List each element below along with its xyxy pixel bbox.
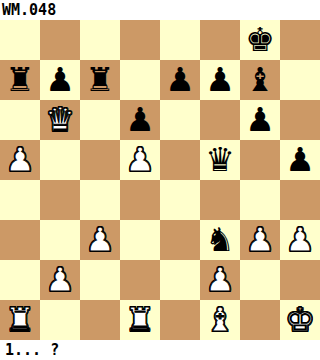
square-f6[interactable] <box>200 100 240 140</box>
piece-black-bishop: ♝ <box>245 60 275 100</box>
square-g7[interactable]: ♝ <box>240 60 280 100</box>
piece-black-knight: ♞ <box>205 220 235 260</box>
piece-black-pawn: ♟ <box>45 60 75 100</box>
square-b5[interactable] <box>40 140 80 180</box>
square-g6[interactable]: ♟ <box>240 100 280 140</box>
square-a6[interactable] <box>0 100 40 140</box>
square-b4[interactable] <box>40 180 80 220</box>
square-e7[interactable]: ♟ <box>160 60 200 100</box>
square-g8[interactable]: ♚ <box>240 20 280 60</box>
piece-white-pawn: ♟ <box>245 220 275 260</box>
square-b3[interactable] <box>40 220 80 260</box>
square-d5[interactable]: ♟ <box>120 140 160 180</box>
square-a5[interactable]: ♟ <box>0 140 40 180</box>
square-f3[interactable]: ♞ <box>200 220 240 260</box>
square-d4[interactable] <box>120 180 160 220</box>
square-e8[interactable] <box>160 20 200 60</box>
square-f1[interactable]: ♝ <box>200 300 240 340</box>
square-h6[interactable] <box>280 100 320 140</box>
square-f4[interactable] <box>200 180 240 220</box>
square-d2[interactable] <box>120 260 160 300</box>
piece-white-rook: ♜ <box>5 300 35 340</box>
square-a3[interactable] <box>0 220 40 260</box>
square-c2[interactable] <box>80 260 120 300</box>
square-g3[interactable]: ♟ <box>240 220 280 260</box>
piece-black-pawn: ♟ <box>125 100 155 140</box>
square-c8[interactable] <box>80 20 120 60</box>
square-a1[interactable]: ♜ <box>0 300 40 340</box>
square-h2[interactable] <box>280 260 320 300</box>
move-prompt: 1... ? <box>0 340 320 360</box>
piece-black-rook: ♜ <box>85 60 115 100</box>
square-g1[interactable] <box>240 300 280 340</box>
chess-diagram: WM.048 ♚♜♟♜♟♟♝♛♟♟♟♟♛♟♟♞♟♟♟♟♜♜♝♚ 1... ? <box>0 0 320 360</box>
square-h7[interactable] <box>280 60 320 100</box>
square-e2[interactable] <box>160 260 200 300</box>
square-e5[interactable] <box>160 140 200 180</box>
square-h1[interactable]: ♚ <box>280 300 320 340</box>
square-c5[interactable] <box>80 140 120 180</box>
square-c4[interactable] <box>80 180 120 220</box>
square-b7[interactable]: ♟ <box>40 60 80 100</box>
square-d7[interactable] <box>120 60 160 100</box>
square-f5[interactable]: ♛ <box>200 140 240 180</box>
square-c3[interactable]: ♟ <box>80 220 120 260</box>
piece-white-pawn: ♟ <box>285 220 315 260</box>
diagram-title: WM.048 <box>0 0 320 20</box>
square-g5[interactable] <box>240 140 280 180</box>
piece-black-pawn: ♟ <box>245 100 275 140</box>
piece-white-king: ♚ <box>285 300 315 340</box>
piece-black-queen: ♛ <box>205 140 235 180</box>
square-e3[interactable] <box>160 220 200 260</box>
square-h5[interactable]: ♟ <box>280 140 320 180</box>
square-b2[interactable]: ♟ <box>40 260 80 300</box>
square-g2[interactable] <box>240 260 280 300</box>
square-a4[interactable] <box>0 180 40 220</box>
square-c1[interactable] <box>80 300 120 340</box>
square-h8[interactable] <box>280 20 320 60</box>
piece-white-pawn: ♟ <box>205 260 235 300</box>
square-b6[interactable]: ♛ <box>40 100 80 140</box>
piece-white-pawn: ♟ <box>85 220 115 260</box>
piece-white-rook: ♜ <box>125 300 155 340</box>
square-e1[interactable] <box>160 300 200 340</box>
square-e6[interactable] <box>160 100 200 140</box>
piece-black-rook: ♜ <box>5 60 35 100</box>
square-a2[interactable] <box>0 260 40 300</box>
square-g4[interactable] <box>240 180 280 220</box>
piece-black-pawn: ♟ <box>165 60 195 100</box>
piece-white-pawn: ♟ <box>125 140 155 180</box>
square-e4[interactable] <box>160 180 200 220</box>
piece-white-pawn: ♟ <box>5 140 35 180</box>
square-d1[interactable]: ♜ <box>120 300 160 340</box>
piece-white-bishop: ♝ <box>205 300 235 340</box>
square-a8[interactable] <box>0 20 40 60</box>
piece-white-pawn: ♟ <box>45 260 75 300</box>
square-f2[interactable]: ♟ <box>200 260 240 300</box>
square-b8[interactable] <box>40 20 80 60</box>
square-f8[interactable] <box>200 20 240 60</box>
square-d3[interactable] <box>120 220 160 260</box>
square-h4[interactable] <box>280 180 320 220</box>
square-c7[interactable]: ♜ <box>80 60 120 100</box>
piece-white-queen: ♛ <box>45 100 75 140</box>
square-b1[interactable] <box>40 300 80 340</box>
square-f7[interactable]: ♟ <box>200 60 240 100</box>
square-d6[interactable]: ♟ <box>120 100 160 140</box>
piece-black-pawn: ♟ <box>285 140 315 180</box>
square-a7[interactable]: ♜ <box>0 60 40 100</box>
piece-black-king: ♚ <box>245 20 275 60</box>
square-h3[interactable]: ♟ <box>280 220 320 260</box>
chess-board: ♚♜♟♜♟♟♝♛♟♟♟♟♛♟♟♞♟♟♟♟♜♜♝♚ <box>0 20 320 340</box>
square-c6[interactable] <box>80 100 120 140</box>
piece-black-pawn: ♟ <box>205 60 235 100</box>
square-d8[interactable] <box>120 20 160 60</box>
